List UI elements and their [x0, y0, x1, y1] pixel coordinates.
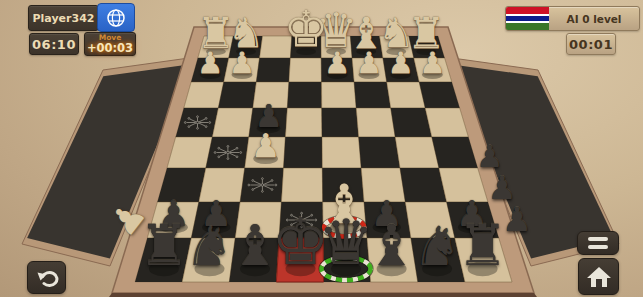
move-bonus-box: Move +00:03	[84, 32, 136, 56]
undo-arrow-icon	[35, 267, 59, 289]
square-e2[interactable]	[289, 58, 322, 82]
gambia-flag	[506, 7, 549, 30]
square-b4[interactable]	[391, 108, 432, 137]
square-e4[interactable]	[285, 108, 322, 137]
piece-white-pawn-d2[interactable]: ♟	[324, 48, 350, 78]
square-c5[interactable]	[359, 137, 400, 168]
home-button[interactable]	[578, 258, 619, 295]
piece-black-rook-a8[interactable]: ♜	[457, 218, 508, 274]
player-name-bar: Player342	[28, 5, 99, 31]
square-b5[interactable]	[395, 137, 439, 168]
opponent-bar: AI 0 level	[505, 6, 640, 31]
player-clock: 06:10	[29, 33, 79, 55]
square-c3[interactable]	[354, 82, 391, 108]
piece-black-rook-h8[interactable]: ♜	[139, 218, 190, 274]
undo-button[interactable]	[27, 261, 66, 294]
square-d3[interactable]	[322, 82, 357, 108]
square-f2[interactable]	[256, 58, 290, 82]
player-clock-value: 06:10	[32, 37, 76, 52]
square-b3[interactable]	[387, 82, 426, 108]
menu-equals-icon	[587, 236, 609, 250]
opponent-clock-value: 00:01	[569, 37, 613, 52]
piece-white-king-e1[interactable]: ♚	[284, 5, 329, 55]
square-d5[interactable]	[322, 137, 361, 168]
globe-button[interactable]	[97, 3, 135, 32]
piece-black-knight-b8[interactable]: ♞	[413, 220, 461, 274]
square-g5[interactable]	[206, 137, 249, 168]
opponent-clock: 00:01	[566, 33, 616, 55]
move-bonus-value: +00:03	[87, 43, 133, 55]
piece-white-pawn-a2[interactable]: ♟	[419, 48, 445, 78]
piece-white-pawn-c2[interactable]: ♟	[356, 48, 382, 78]
player-name: Player342	[33, 12, 95, 25]
board-front-edge	[109, 293, 537, 297]
flag-stripe	[506, 7, 549, 14]
piece-white-pawn-f5[interactable]: ♟	[251, 130, 280, 163]
square-d4[interactable]	[322, 108, 359, 137]
home-icon	[586, 265, 612, 289]
game-background: { "game": "chess", "hud": { "player": { …	[0, 0, 643, 297]
square-c4[interactable]	[356, 108, 395, 137]
opponent-name: AI 0 level	[549, 13, 639, 25]
square-g3[interactable]	[218, 82, 256, 108]
piece-white-pawn-g2[interactable]: ♟	[229, 48, 255, 78]
square-g4[interactable]	[212, 108, 253, 137]
square-e6[interactable]	[281, 168, 322, 202]
square-e3[interactable]	[287, 82, 321, 108]
menu-button[interactable]	[577, 231, 619, 255]
piece-black-knight-g8[interactable]: ♞	[185, 220, 233, 274]
piece-white-pawn-b2[interactable]: ♟	[387, 48, 413, 78]
piece-white-pawn-h2[interactable]: ♟	[197, 48, 223, 78]
square-e5[interactable]	[284, 137, 323, 168]
flag-stripe	[506, 23, 549, 30]
piece-black-bishop-f8[interactable]: ♝	[230, 218, 281, 274]
globe-icon	[105, 7, 127, 29]
